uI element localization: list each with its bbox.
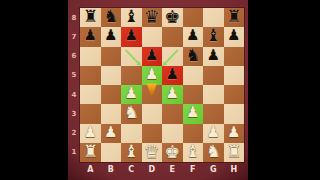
white-pawn: ♟ bbox=[84, 123, 97, 142]
square-f8[interactable] bbox=[183, 8, 204, 27]
letterbox-right bbox=[248, 0, 320, 180]
square-a5[interactable] bbox=[80, 66, 101, 85]
square-h8[interactable]: ♜ bbox=[224, 8, 245, 27]
black-pawn: ♟ bbox=[166, 65, 179, 84]
white-pawn: ♟ bbox=[166, 84, 179, 103]
file-label-f: F bbox=[183, 163, 204, 175]
square-h4[interactable] bbox=[224, 85, 245, 104]
square-d2[interactable] bbox=[142, 124, 163, 143]
white-pawn: ♟ bbox=[227, 123, 240, 142]
black-pawn: ♟ bbox=[227, 26, 240, 45]
square-h6[interactable] bbox=[224, 47, 245, 66]
file-label-a: A bbox=[80, 163, 101, 175]
square-c2[interactable] bbox=[121, 124, 142, 143]
black-pawn: ♟ bbox=[186, 26, 199, 45]
square-a1[interactable]: ♜ bbox=[80, 143, 101, 162]
square-e3[interactable] bbox=[162, 104, 183, 123]
black-bishop: ♝ bbox=[124, 7, 139, 26]
rank-label-2: 2 bbox=[68, 124, 80, 143]
square-h1[interactable]: ♜ bbox=[224, 143, 245, 162]
square-e2[interactable] bbox=[162, 124, 183, 143]
square-g6[interactable]: ♟ bbox=[203, 47, 224, 66]
square-a2[interactable]: ♟ bbox=[80, 124, 101, 143]
rank-label-7: 7 bbox=[68, 27, 80, 46]
white-pawn: ♟ bbox=[125, 84, 138, 103]
square-h3[interactable] bbox=[224, 104, 245, 123]
square-g7[interactable]: ♝ bbox=[203, 27, 224, 46]
rank-label-1: 1 bbox=[68, 143, 80, 162]
square-d5[interactable]: ♟ bbox=[142, 66, 163, 85]
square-b4[interactable] bbox=[101, 85, 122, 104]
white-rook: ♜ bbox=[83, 142, 98, 161]
square-h5[interactable] bbox=[224, 66, 245, 85]
square-f4[interactable] bbox=[183, 85, 204, 104]
square-h7[interactable]: ♟ bbox=[224, 27, 245, 46]
white-pawn: ♟ bbox=[104, 123, 117, 142]
white-bishop: ♝ bbox=[124, 142, 139, 161]
square-d3[interactable] bbox=[142, 104, 163, 123]
black-pawn: ♟ bbox=[84, 26, 97, 45]
white-pawn: ♟ bbox=[207, 123, 220, 142]
square-f3[interactable]: ♟ bbox=[183, 104, 204, 123]
square-c6[interactable] bbox=[121, 47, 142, 66]
square-d6[interactable]: ♟ bbox=[142, 47, 163, 66]
board-frame: 87654321 ♜♞♝♛♚♜♟♟♟♟♝♟♟♞♟♟♟♟♟♞♟♟♟♟♟♜♝♛♚♝♞… bbox=[68, 0, 248, 180]
square-a6[interactable] bbox=[80, 47, 101, 66]
white-bishop: ♝ bbox=[185, 142, 200, 161]
square-b7[interactable]: ♟ bbox=[101, 27, 122, 46]
square-c5[interactable] bbox=[121, 66, 142, 85]
square-a4[interactable] bbox=[80, 85, 101, 104]
black-queen: ♛ bbox=[144, 7, 160, 26]
white-king: ♚ bbox=[164, 142, 180, 161]
file-label-b: B bbox=[101, 163, 122, 175]
black-king: ♚ bbox=[164, 7, 180, 26]
black-knight: ♞ bbox=[103, 7, 118, 26]
file-label-d: D bbox=[142, 163, 163, 175]
square-g1[interactable]: ♞ bbox=[203, 143, 224, 162]
square-e7[interactable] bbox=[162, 27, 183, 46]
square-d1[interactable]: ♛ bbox=[142, 143, 163, 162]
black-pawn: ♟ bbox=[207, 46, 220, 65]
file-labels: ABCDEFGH bbox=[80, 163, 244, 175]
black-pawn: ♟ bbox=[125, 26, 138, 45]
letterbox-left bbox=[0, 0, 68, 180]
square-g3[interactable] bbox=[203, 104, 224, 123]
file-label-e: E bbox=[162, 163, 183, 175]
square-d4[interactable] bbox=[142, 85, 163, 104]
square-f7[interactable]: ♟ bbox=[183, 27, 204, 46]
square-a7[interactable]: ♟ bbox=[80, 27, 101, 46]
square-g5[interactable] bbox=[203, 66, 224, 85]
square-a3[interactable] bbox=[80, 104, 101, 123]
rank-label-5: 5 bbox=[68, 66, 80, 85]
square-g2[interactable]: ♟ bbox=[203, 124, 224, 143]
square-e8[interactable]: ♚ bbox=[162, 8, 183, 27]
file-label-c: C bbox=[121, 163, 142, 175]
square-d7[interactable] bbox=[142, 27, 163, 46]
square-b1[interactable] bbox=[101, 143, 122, 162]
white-pawn: ♟ bbox=[186, 103, 199, 122]
square-g4[interactable] bbox=[203, 85, 224, 104]
square-e5[interactable]: ♟ bbox=[162, 66, 183, 85]
square-b8[interactable]: ♞ bbox=[101, 8, 122, 27]
square-b3[interactable] bbox=[101, 104, 122, 123]
square-f5[interactable] bbox=[183, 66, 204, 85]
white-knight: ♞ bbox=[124, 103, 139, 122]
square-b5[interactable] bbox=[101, 66, 122, 85]
black-rook: ♜ bbox=[83, 7, 98, 26]
square-h2[interactable]: ♟ bbox=[224, 124, 245, 143]
black-bishop: ♝ bbox=[206, 26, 221, 45]
video-frame: 87654321 ♜♞♝♛♚♜♟♟♟♟♝♟♟♞♟♟♟♟♟♞♟♟♟♟♟♜♝♛♚♝♞… bbox=[0, 0, 320, 180]
file-label-h: H bbox=[224, 163, 245, 175]
square-a8[interactable]: ♜ bbox=[80, 8, 101, 27]
square-d8[interactable]: ♛ bbox=[142, 8, 163, 27]
square-c8[interactable]: ♝ bbox=[121, 8, 142, 27]
file-label-g: G bbox=[203, 163, 224, 175]
square-c3[interactable]: ♞ bbox=[121, 104, 142, 123]
black-knight: ♞ bbox=[185, 46, 200, 65]
square-c4[interactable]: ♟ bbox=[121, 85, 142, 104]
square-e6[interactable] bbox=[162, 47, 183, 66]
square-f1[interactable]: ♝ bbox=[183, 143, 204, 162]
square-c7[interactable]: ♟ bbox=[121, 27, 142, 46]
chess-board: ♜♞♝♛♚♜♟♟♟♟♝♟♟♞♟♟♟♟♟♞♟♟♟♟♟♜♝♛♚♝♞♜ bbox=[80, 8, 244, 162]
square-g8[interactable] bbox=[203, 8, 224, 27]
white-rook: ♜ bbox=[226, 142, 241, 161]
square-b6[interactable] bbox=[101, 47, 122, 66]
square-f6[interactable]: ♞ bbox=[183, 47, 204, 66]
square-f2[interactable] bbox=[183, 124, 204, 143]
black-rook: ♜ bbox=[226, 7, 241, 26]
rank-label-8: 8 bbox=[68, 8, 80, 27]
white-knight: ♞ bbox=[206, 142, 221, 161]
rank-label-4: 4 bbox=[68, 85, 80, 104]
square-e1[interactable]: ♚ bbox=[162, 143, 183, 162]
square-e4[interactable]: ♟ bbox=[162, 85, 183, 104]
black-pawn: ♟ bbox=[145, 46, 158, 65]
white-pawn: ♟ bbox=[145, 65, 158, 84]
square-b2[interactable]: ♟ bbox=[101, 124, 122, 143]
black-pawn: ♟ bbox=[104, 26, 117, 45]
rank-label-3: 3 bbox=[68, 104, 80, 123]
square-c1[interactable]: ♝ bbox=[121, 143, 142, 162]
rank-labels: 87654321 bbox=[68, 8, 80, 162]
white-queen: ♛ bbox=[144, 142, 160, 161]
rank-label-6: 6 bbox=[68, 47, 80, 66]
